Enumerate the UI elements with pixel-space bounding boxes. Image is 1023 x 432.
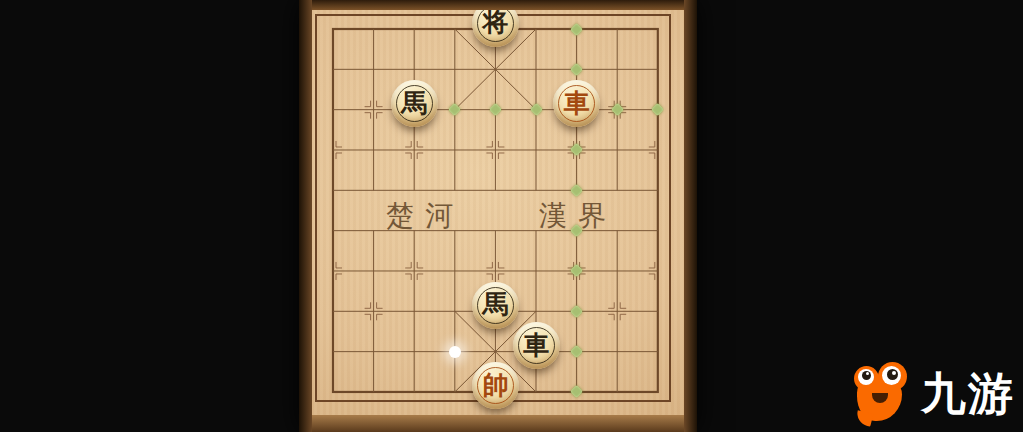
logo-text: 九游 [921, 364, 1015, 424]
jiuyou-logo[interactable]: 九游 [853, 362, 1015, 426]
piece-glyph: 馬 [482, 291, 508, 317]
board-frame-top [299, 0, 697, 10]
piece-glyph: 馬 [401, 90, 427, 116]
piece-glyph: 車 [523, 332, 549, 358]
piece-glyph: 帥 [482, 372, 508, 398]
jiuyou-mascot-icon [853, 362, 911, 426]
selection-glow-dot [449, 346, 461, 358]
xiangqi-board[interactable]: 楚河 漢界 将馬車馬車帥 [299, 0, 697, 432]
piece-black-horse-b[interactable]: 馬 [472, 282, 519, 329]
piece-glyph: 将 [482, 9, 508, 35]
game-screen: 楚河 漢界 将馬車馬車帥 九游 [0, 0, 1023, 432]
board-frame-left [299, 0, 312, 432]
board-frame-bottom [299, 415, 697, 432]
piece-glyph: 車 [564, 90, 590, 116]
board-frame-right [684, 0, 697, 432]
piece-black-chariot[interactable]: 車 [513, 322, 560, 369]
piece-red-chariot[interactable]: 車 [553, 80, 600, 127]
river-label-left: 楚河 [386, 197, 464, 235]
piece-black-horse-a[interactable]: 馬 [391, 80, 438, 127]
